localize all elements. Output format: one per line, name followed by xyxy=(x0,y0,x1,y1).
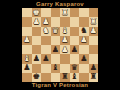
white-queen-e3: ♛ xyxy=(52,27,59,35)
square-g5[interactable] xyxy=(32,45,42,54)
square-c8[interactable]: ♝ xyxy=(70,73,80,82)
square-e3[interactable]: ♛ xyxy=(51,27,61,36)
square-h3[interactable] xyxy=(22,27,32,36)
square-f2[interactable]: ♟ xyxy=(41,17,51,26)
square-a7[interactable]: ♟ xyxy=(89,64,99,73)
square-f8[interactable] xyxy=(41,73,51,82)
white-pawn-d5: ♟ xyxy=(61,46,68,54)
square-d2[interactable] xyxy=(60,17,70,26)
square-h4[interactable]: ♟ xyxy=(22,36,32,45)
square-h7[interactable]: ♟ xyxy=(22,64,32,73)
square-d1[interactable]: ♜ xyxy=(60,8,70,17)
square-f5[interactable] xyxy=(41,45,51,54)
white-bishop-h6: ♝ xyxy=(23,55,30,63)
square-c5[interactable]: ♟ xyxy=(70,45,80,54)
square-e5[interactable]: ♟ xyxy=(51,45,61,54)
square-e6[interactable] xyxy=(51,54,61,63)
white-pawn-f2: ♟ xyxy=(42,18,49,26)
chess-board: ♚♜♟♟♜♞♛♝♞♟♟♟♟♟♟♟♝♟♟♟♟♝♛♟♚♜♝♜ xyxy=(22,8,98,82)
square-c3[interactable] xyxy=(70,27,80,36)
black-queen-c7: ♛ xyxy=(71,64,78,72)
square-f6[interactable]: ♟ xyxy=(41,54,51,63)
square-h6[interactable]: ♝ xyxy=(22,54,32,63)
square-h2[interactable] xyxy=(22,17,32,26)
square-g8[interactable]: ♚ xyxy=(32,73,42,82)
square-d4[interactable]: ♟ xyxy=(60,36,70,45)
white-pawn-h4: ♟ xyxy=(23,36,30,44)
square-c4[interactable] xyxy=(70,36,80,45)
square-e8[interactable] xyxy=(51,73,61,82)
square-a3[interactable]: ♟ xyxy=(89,27,99,36)
black-rook-d8: ♜ xyxy=(61,73,68,81)
square-b7[interactable] xyxy=(79,64,89,73)
square-g6[interactable]: ♟ xyxy=(32,54,42,63)
square-d5[interactable]: ♟ xyxy=(60,45,70,54)
square-b1[interactable] xyxy=(79,8,89,17)
white-pawn-a3: ♟ xyxy=(90,27,97,35)
black-pawn-a7: ♟ xyxy=(90,64,97,72)
black-pawn-e5: ♟ xyxy=(52,46,59,54)
square-f7[interactable] xyxy=(41,64,51,73)
black-bishop-c8: ♝ xyxy=(71,73,78,81)
square-g4[interactable] xyxy=(32,36,42,45)
black-bishop-e7: ♝ xyxy=(52,64,59,72)
square-h5[interactable] xyxy=(22,45,32,54)
white-bishop-d3: ♝ xyxy=(61,27,68,35)
square-f4[interactable] xyxy=(41,36,51,45)
white-knight-f3: ♞ xyxy=(42,27,49,35)
square-e1[interactable] xyxy=(51,8,61,17)
square-a8[interactable]: ♜ xyxy=(89,73,99,82)
square-f3[interactable]: ♞ xyxy=(41,27,51,36)
square-c6[interactable] xyxy=(70,54,80,63)
square-g2[interactable]: ♟ xyxy=(32,17,42,26)
square-d3[interactable]: ♝ xyxy=(60,27,70,36)
square-e2[interactable] xyxy=(51,17,61,26)
black-pawn-g6: ♟ xyxy=(33,55,40,63)
square-f1[interactable] xyxy=(41,8,51,17)
square-a5[interactable] xyxy=(89,45,99,54)
square-d7[interactable] xyxy=(60,64,70,73)
black-king-g8: ♚ xyxy=(33,73,40,81)
square-c1[interactable] xyxy=(70,8,80,17)
square-b4[interactable]: ♟ xyxy=(79,36,89,45)
square-a1[interactable] xyxy=(89,8,99,17)
white-rook-d1: ♜ xyxy=(61,9,68,17)
player-name-bottom: Tigran V Petrosian xyxy=(0,82,120,88)
square-e4[interactable] xyxy=(51,36,61,45)
black-pawn-c5: ♟ xyxy=(71,46,78,54)
square-b3[interactable]: ♞ xyxy=(79,27,89,36)
white-pawn-g2: ♟ xyxy=(33,18,40,26)
player-name-top: Garry Kasparov xyxy=(0,1,120,7)
square-d8[interactable]: ♜ xyxy=(60,73,70,82)
square-a2[interactable]: ♜ xyxy=(89,17,99,26)
square-d6[interactable] xyxy=(60,54,70,63)
black-pawn-h7: ♟ xyxy=(23,64,30,72)
white-pawn-d4: ♟ xyxy=(61,36,68,44)
square-g7[interactable] xyxy=(32,64,42,73)
square-h8[interactable] xyxy=(22,73,32,82)
black-pawn-f6: ♟ xyxy=(42,55,49,63)
square-b6[interactable]: ♟ xyxy=(79,54,89,63)
square-e7[interactable]: ♝ xyxy=(51,64,61,73)
square-g3[interactable] xyxy=(32,27,42,36)
square-b8[interactable] xyxy=(79,73,89,82)
black-pawn-b6: ♟ xyxy=(80,55,87,63)
square-c7[interactable]: ♛ xyxy=(70,64,80,73)
white-king-g1: ♚ xyxy=(33,9,40,17)
white-pawn-b4: ♟ xyxy=(80,36,87,44)
black-knight-b3: ♞ xyxy=(80,27,87,35)
square-b5[interactable] xyxy=(79,45,89,54)
square-g1[interactable]: ♚ xyxy=(32,8,42,17)
white-rook-a2: ♜ xyxy=(90,18,97,26)
square-a6[interactable] xyxy=(89,54,99,63)
chess-thumbnail: Garry Kasparov ♚♜♟♟♜♞♛♝♞♟♟♟♟♟♟♟♝♟♟♟♟♝♛♟♚… xyxy=(0,0,120,90)
square-h1[interactable] xyxy=(22,8,32,17)
square-b2[interactable] xyxy=(79,17,89,26)
square-a4[interactable] xyxy=(89,36,99,45)
square-c2[interactable] xyxy=(70,17,80,26)
black-rook-a8: ♜ xyxy=(90,73,97,81)
